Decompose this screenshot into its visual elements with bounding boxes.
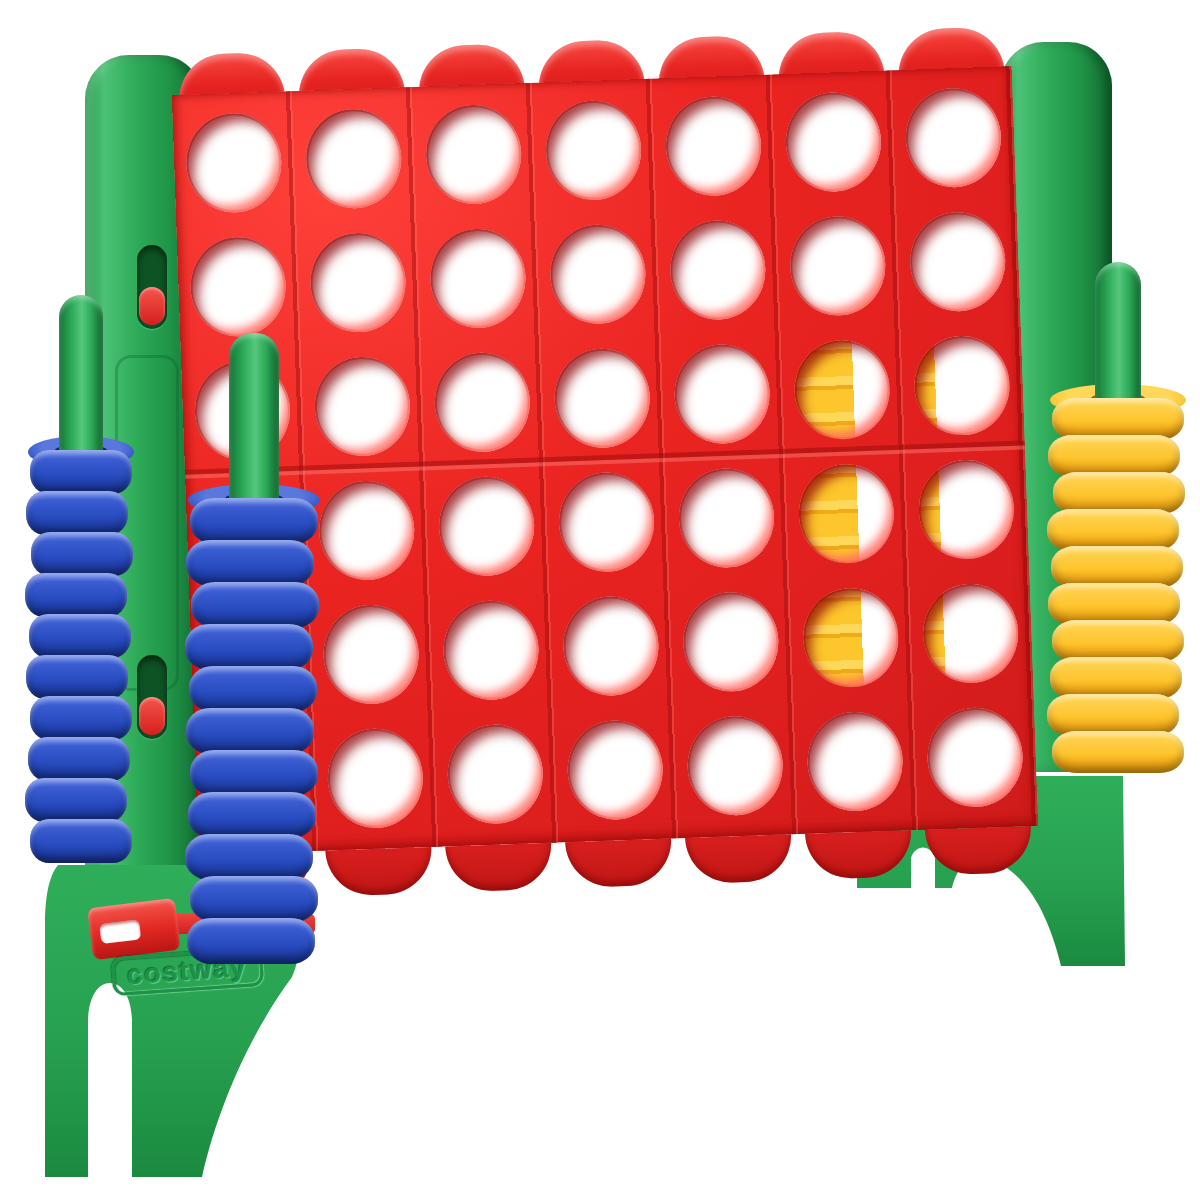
lock-knob-upper[interactable]	[139, 287, 165, 325]
board-cell-c7r6[interactable]	[913, 694, 1037, 822]
board-cell-c3r5[interactable]	[429, 587, 553, 715]
stored-disc-yellow	[1048, 435, 1180, 477]
slider-handle[interactable]	[87, 898, 181, 960]
lock-knob-lower[interactable]	[139, 697, 165, 735]
peg-rod	[59, 295, 103, 452]
stored-disc-blue	[190, 876, 318, 922]
board-cell-c4r1[interactable]	[532, 87, 656, 215]
hole-empty	[318, 479, 416, 581]
board-cell-c3r3[interactable]	[421, 339, 545, 467]
board-cell-c4r3[interactable]	[541, 335, 665, 463]
stored-disc-blue	[191, 582, 319, 628]
scallop-bump-bottom	[325, 847, 433, 897]
board-scalloped-top-edge	[171, 26, 1010, 55]
stored-disc-yellow	[1048, 583, 1180, 625]
stored-disc-yellow	[1052, 731, 1184, 773]
hole-empty	[664, 95, 762, 197]
board-cell-c6r3[interactable]	[780, 326, 904, 454]
board-cell-c3r2[interactable]	[416, 215, 540, 343]
board-cell-c6r4[interactable]	[785, 450, 909, 578]
hole-showing-stored-yellow	[797, 463, 895, 565]
board-cell-c5r2[interactable]	[656, 206, 780, 334]
board-cell-c2r4[interactable]	[305, 467, 429, 595]
hole-empty	[789, 215, 887, 317]
scallop-bump-bottom	[925, 826, 1033, 876]
stored-disc-yellow	[1047, 694, 1179, 736]
hole-empty	[682, 591, 780, 693]
board-cell-c5r1[interactable]	[652, 83, 776, 211]
stored-disc-blue	[189, 666, 317, 712]
stored-disc-blue	[185, 624, 313, 670]
board-cell-c7r3[interactable]	[900, 322, 1024, 450]
hole-empty	[433, 351, 531, 453]
stored-disc-yellow	[1051, 546, 1183, 588]
board-cell-c6r6[interactable]	[793, 698, 917, 826]
stored-disc-yellow	[1053, 472, 1185, 514]
stored-disc-blue	[31, 532, 133, 576]
board-cell-c6r1[interactable]	[772, 78, 896, 206]
stored-disc-blue	[187, 918, 315, 964]
scallop-bump-bottom	[565, 839, 673, 889]
stored-disc-blue	[28, 737, 130, 781]
board-cell-c7r1[interactable]	[892, 74, 1016, 202]
board-cell-c5r3[interactable]	[661, 330, 785, 458]
board-cell-c6r2[interactable]	[776, 202, 900, 330]
stored-disc-blue	[186, 708, 314, 754]
hole-empty	[429, 227, 527, 329]
slider-handle-hole	[99, 919, 141, 944]
hole-empty	[566, 719, 664, 821]
hole-empty	[424, 103, 522, 205]
stored-disc-blue	[30, 696, 132, 740]
hole-empty	[908, 211, 1006, 313]
hole-empty	[557, 471, 655, 573]
board-cell-c4r6[interactable]	[554, 706, 678, 834]
board-cell-c4r5[interactable]	[549, 582, 673, 710]
board-cell-c2r5[interactable]	[309, 591, 433, 719]
hole-empty	[686, 715, 784, 817]
board-cell-c5r4[interactable]	[665, 454, 789, 582]
stored-disc-blue	[190, 750, 318, 796]
hole-empty	[553, 347, 651, 449]
stored-disc-yellow	[1047, 509, 1179, 551]
board-cell-c4r4[interactable]	[545, 459, 669, 587]
carry-handle-slot-upper	[137, 245, 167, 329]
hole-empty	[549, 223, 647, 325]
board-cell-c1r1[interactable]	[172, 99, 296, 227]
peg-rod	[229, 333, 279, 500]
hole-showing-stored-yellow	[921, 582, 1019, 684]
board-cell-c7r2[interactable]	[896, 198, 1020, 326]
hole-empty	[544, 99, 642, 201]
hole-empty	[313, 355, 411, 457]
scallop-bump-bottom	[805, 830, 913, 880]
stored-disc-blue	[190, 498, 318, 544]
board-cell-c7r5[interactable]	[909, 570, 1033, 698]
board-cell-c7r4[interactable]	[905, 446, 1029, 574]
board-cell-c5r6[interactable]	[674, 702, 798, 830]
board-cell-c5r5[interactable]	[669, 578, 793, 706]
stored-disc-blue	[185, 834, 313, 880]
hole-empty	[185, 112, 283, 214]
scallop-bump-bottom	[685, 834, 793, 884]
hole-empty	[322, 603, 420, 705]
stored-disc-blue	[30, 819, 132, 863]
stored-disc-blue	[25, 573, 127, 617]
stored-disc-blue	[30, 450, 132, 494]
hole-empty	[437, 475, 535, 577]
hole-empty	[189, 236, 287, 338]
stored-disc-yellow	[1052, 620, 1184, 662]
hole-empty	[326, 727, 424, 829]
hole-empty	[806, 710, 904, 812]
disc-stack-right-front-peg	[1050, 262, 1186, 810]
hole-showing-stored-yellow	[917, 458, 1015, 560]
hole-empty	[926, 706, 1024, 808]
stored-disc-blue	[26, 491, 128, 535]
board-cell-c2r1[interactable]	[292, 95, 416, 223]
giant-connect-four-scene: costway	[0, 0, 1200, 1200]
board-cell-c3r6[interactable]	[434, 711, 558, 839]
hole-showing-stored-yellow	[793, 339, 891, 441]
hole-empty	[677, 467, 775, 569]
board-cell-c3r4[interactable]	[425, 463, 549, 591]
hole-empty	[305, 108, 403, 210]
board-cell-c3r1[interactable]	[412, 91, 536, 219]
stored-disc-blue	[186, 540, 314, 586]
hole-empty	[442, 599, 540, 701]
stored-disc-blue	[26, 655, 128, 699]
peg-rod	[1095, 262, 1141, 400]
stored-disc-blue	[188, 792, 316, 838]
hole-empty	[669, 219, 767, 321]
stored-disc-blue	[29, 614, 131, 658]
hole-empty	[446, 723, 544, 825]
hole-empty	[673, 343, 771, 445]
hole-showing-stored-yellow	[913, 334, 1011, 436]
disc-stack-left-front-peg	[188, 333, 320, 1006]
board-cell-c2r2[interactable]	[296, 219, 420, 347]
hole-showing-stored-yellow	[802, 587, 900, 689]
hole-empty	[562, 595, 660, 697]
board-cell-c2r6[interactable]	[314, 715, 438, 843]
carry-handle-slot-lower	[137, 655, 167, 739]
hole-empty	[784, 91, 882, 193]
stored-disc-yellow	[1050, 657, 1182, 699]
stored-disc-yellow	[1052, 398, 1184, 440]
stored-disc-blue	[25, 778, 127, 822]
board-cell-c4r2[interactable]	[536, 211, 660, 339]
board-cell-c6r5[interactable]	[789, 574, 913, 702]
hole-empty	[309, 231, 407, 333]
hole-empty	[904, 87, 1002, 189]
scallop-bump-bottom	[445, 843, 553, 893]
disc-stack-left-rear-peg	[28, 295, 134, 904]
